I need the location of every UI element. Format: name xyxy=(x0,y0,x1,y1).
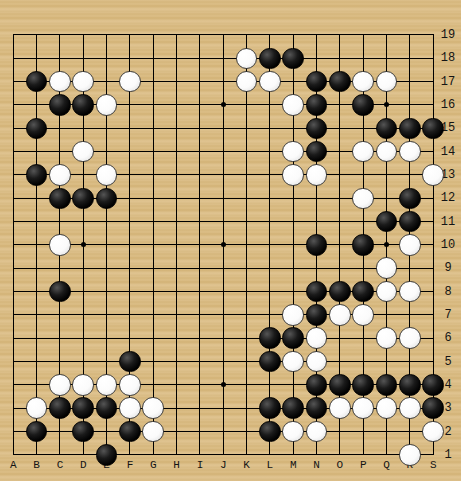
intersection-G19[interactable] xyxy=(142,23,165,46)
intersection-C11[interactable] xyxy=(48,210,71,233)
intersection-O12[interactable] xyxy=(328,187,351,210)
intersection-L18[interactable] xyxy=(258,47,281,70)
intersection-E5[interactable] xyxy=(95,350,118,373)
intersection-A6[interactable] xyxy=(2,327,25,350)
intersection-G5[interactable] xyxy=(142,350,165,373)
intersection-F6[interactable] xyxy=(118,327,141,350)
intersection-R2[interactable] xyxy=(398,420,421,443)
intersection-Q13[interactable] xyxy=(375,163,398,186)
intersection-C2[interactable] xyxy=(48,420,71,443)
intersection-A7[interactable] xyxy=(2,303,25,326)
intersection-G12[interactable] xyxy=(142,187,165,210)
intersection-D18[interactable] xyxy=(72,47,95,70)
intersection-C8[interactable] xyxy=(48,280,71,303)
intersection-Q18[interactable] xyxy=(375,47,398,70)
intersection-M7[interactable] xyxy=(282,303,305,326)
intersection-D4[interactable] xyxy=(72,373,95,396)
intersection-L17[interactable] xyxy=(258,70,281,93)
intersection-F15[interactable] xyxy=(118,117,141,140)
intersection-Q3[interactable] xyxy=(375,397,398,420)
intersection-O3[interactable] xyxy=(328,397,351,420)
intersection-P19[interactable] xyxy=(352,23,375,46)
intersection-O14[interactable] xyxy=(328,140,351,163)
intersection-D16[interactable] xyxy=(72,93,95,116)
intersection-E9[interactable] xyxy=(95,257,118,280)
intersection-O13[interactable] xyxy=(328,163,351,186)
intersection-R14[interactable] xyxy=(398,140,421,163)
intersection-E3[interactable] xyxy=(95,397,118,420)
intersection-A8[interactable] xyxy=(2,280,25,303)
intersection-H9[interactable] xyxy=(165,257,188,280)
intersection-N13[interactable] xyxy=(305,163,328,186)
intersection-O17[interactable] xyxy=(328,70,351,93)
intersection-C9[interactable] xyxy=(48,257,71,280)
intersection-N14[interactable] xyxy=(305,140,328,163)
intersection-Q14[interactable] xyxy=(375,140,398,163)
intersection-G9[interactable] xyxy=(142,257,165,280)
intersection-K18[interactable] xyxy=(235,47,258,70)
intersection-F2[interactable] xyxy=(118,420,141,443)
intersection-I12[interactable] xyxy=(188,187,211,210)
intersection-G10[interactable] xyxy=(142,233,165,256)
intersection-E7[interactable] xyxy=(95,303,118,326)
intersection-F14[interactable] xyxy=(118,140,141,163)
intersection-R6[interactable] xyxy=(398,327,421,350)
intersection-R11[interactable] xyxy=(398,210,421,233)
intersection-K3[interactable] xyxy=(235,397,258,420)
intersection-I19[interactable] xyxy=(188,23,211,46)
intersection-M4[interactable] xyxy=(282,373,305,396)
intersection-N7[interactable] xyxy=(305,303,328,326)
intersection-A10[interactable] xyxy=(2,233,25,256)
intersection-J14[interactable] xyxy=(212,140,235,163)
intersection-C18[interactable] xyxy=(48,47,71,70)
intersection-D2[interactable] xyxy=(72,420,95,443)
intersection-Q17[interactable] xyxy=(375,70,398,93)
intersection-E17[interactable] xyxy=(95,70,118,93)
intersection-Q4[interactable] xyxy=(375,373,398,396)
intersection-D9[interactable] xyxy=(72,257,95,280)
intersection-K17[interactable] xyxy=(235,70,258,93)
intersection-N18[interactable] xyxy=(305,47,328,70)
intersection-O10[interactable] xyxy=(328,233,351,256)
intersection-L9[interactable] xyxy=(258,257,281,280)
intersection-R4[interactable] xyxy=(398,373,421,396)
intersection-B13[interactable] xyxy=(25,163,48,186)
intersection-P4[interactable] xyxy=(352,373,375,396)
intersection-F13[interactable] xyxy=(118,163,141,186)
intersection-F11[interactable] xyxy=(118,210,141,233)
intersection-F18[interactable] xyxy=(118,47,141,70)
intersection-N5[interactable] xyxy=(305,350,328,373)
intersection-A19[interactable] xyxy=(2,23,25,46)
intersection-M12[interactable] xyxy=(282,187,305,210)
intersection-I7[interactable] xyxy=(188,303,211,326)
intersection-H6[interactable] xyxy=(165,327,188,350)
intersection-H15[interactable] xyxy=(165,117,188,140)
intersection-D19[interactable] xyxy=(72,23,95,46)
intersection-P2[interactable] xyxy=(352,420,375,443)
intersection-A13[interactable] xyxy=(2,163,25,186)
intersection-J2[interactable] xyxy=(212,420,235,443)
intersection-E6[interactable] xyxy=(95,327,118,350)
intersection-O4[interactable] xyxy=(328,373,351,396)
intersection-Q19[interactable] xyxy=(375,23,398,46)
intersection-G13[interactable] xyxy=(142,163,165,186)
intersection-D6[interactable] xyxy=(72,327,95,350)
intersection-J16[interactable] xyxy=(212,93,235,116)
intersection-M6[interactable] xyxy=(282,327,305,350)
intersection-R18[interactable] xyxy=(398,47,421,70)
intersection-M10[interactable] xyxy=(282,233,305,256)
intersection-C19[interactable] xyxy=(48,23,71,46)
intersection-S2[interactable] xyxy=(422,420,445,443)
intersection-B12[interactable] xyxy=(25,187,48,210)
intersection-S4[interactable] xyxy=(422,373,445,396)
intersection-C14[interactable] xyxy=(48,140,71,163)
intersection-K2[interactable] xyxy=(235,420,258,443)
intersection-N2[interactable] xyxy=(305,420,328,443)
intersection-L19[interactable] xyxy=(258,23,281,46)
intersection-Q10[interactable] xyxy=(375,233,398,256)
intersection-H5[interactable] xyxy=(165,350,188,373)
intersection-F12[interactable] xyxy=(118,187,141,210)
intersection-Q11[interactable] xyxy=(375,210,398,233)
intersection-F10[interactable] xyxy=(118,233,141,256)
intersection-J19[interactable] xyxy=(212,23,235,46)
intersection-N16[interactable] xyxy=(305,93,328,116)
intersection-G6[interactable] xyxy=(142,327,165,350)
intersection-H8[interactable] xyxy=(165,280,188,303)
intersection-K16[interactable] xyxy=(235,93,258,116)
intersection-I15[interactable] xyxy=(188,117,211,140)
intersection-P8[interactable] xyxy=(352,280,375,303)
intersection-K7[interactable] xyxy=(235,303,258,326)
intersection-E4[interactable] xyxy=(95,373,118,396)
intersection-F16[interactable] xyxy=(118,93,141,116)
intersection-F9[interactable] xyxy=(118,257,141,280)
intersection-R16[interactable] xyxy=(398,93,421,116)
intersection-C3[interactable] xyxy=(48,397,71,420)
intersection-F8[interactable] xyxy=(118,280,141,303)
intersection-R12[interactable] xyxy=(398,187,421,210)
intersection-G8[interactable] xyxy=(142,280,165,303)
intersection-L11[interactable] xyxy=(258,210,281,233)
intersection-B18[interactable] xyxy=(25,47,48,70)
intersection-A12[interactable] xyxy=(2,187,25,210)
intersection-H19[interactable] xyxy=(165,23,188,46)
intersection-N4[interactable] xyxy=(305,373,328,396)
intersection-N10[interactable] xyxy=(305,233,328,256)
intersection-D3[interactable] xyxy=(72,397,95,420)
intersection-J10[interactable] xyxy=(212,233,235,256)
intersection-G15[interactable] xyxy=(142,117,165,140)
intersection-M8[interactable] xyxy=(282,280,305,303)
intersection-P10[interactable] xyxy=(352,233,375,256)
intersection-N8[interactable] xyxy=(305,280,328,303)
intersection-A18[interactable] xyxy=(2,47,25,70)
intersection-Q7[interactable] xyxy=(375,303,398,326)
intersection-J9[interactable] xyxy=(212,257,235,280)
intersection-O5[interactable] xyxy=(328,350,351,373)
intersection-R15[interactable] xyxy=(398,117,421,140)
intersection-H4[interactable] xyxy=(165,373,188,396)
intersection-K8[interactable] xyxy=(235,280,258,303)
intersection-H16[interactable] xyxy=(165,93,188,116)
intersection-O7[interactable] xyxy=(328,303,351,326)
intersection-P16[interactable] xyxy=(352,93,375,116)
intersection-R3[interactable] xyxy=(398,397,421,420)
intersection-E18[interactable] xyxy=(95,47,118,70)
intersection-I16[interactable] xyxy=(188,93,211,116)
intersection-M17[interactable] xyxy=(282,70,305,93)
intersection-M14[interactable] xyxy=(282,140,305,163)
intersection-I17[interactable] xyxy=(188,70,211,93)
intersection-C17[interactable] xyxy=(48,70,71,93)
intersection-H14[interactable] xyxy=(165,140,188,163)
intersection-Q2[interactable] xyxy=(375,420,398,443)
intersection-G3[interactable] xyxy=(142,397,165,420)
intersection-J15[interactable] xyxy=(212,117,235,140)
intersection-F19[interactable] xyxy=(118,23,141,46)
intersection-G16[interactable] xyxy=(142,93,165,116)
intersection-Q5[interactable] xyxy=(375,350,398,373)
intersection-C10[interactable] xyxy=(48,233,71,256)
intersection-N19[interactable] xyxy=(305,23,328,46)
intersection-B3[interactable] xyxy=(25,397,48,420)
intersection-H13[interactable] xyxy=(165,163,188,186)
intersection-N11[interactable] xyxy=(305,210,328,233)
intersection-J6[interactable] xyxy=(212,327,235,350)
intersection-R5[interactable] xyxy=(398,350,421,373)
intersection-I4[interactable] xyxy=(188,373,211,396)
intersection-B10[interactable] xyxy=(25,233,48,256)
intersection-R7[interactable] xyxy=(398,303,421,326)
intersection-C12[interactable] xyxy=(48,187,71,210)
intersection-K13[interactable] xyxy=(235,163,258,186)
intersection-B4[interactable] xyxy=(25,373,48,396)
intersection-L8[interactable] xyxy=(258,280,281,303)
intersection-Q8[interactable] xyxy=(375,280,398,303)
intersection-H18[interactable] xyxy=(165,47,188,70)
intersection-P14[interactable] xyxy=(352,140,375,163)
intersection-M16[interactable] xyxy=(282,93,305,116)
intersection-A16[interactable] xyxy=(2,93,25,116)
intersection-B8[interactable] xyxy=(25,280,48,303)
intersection-B7[interactable] xyxy=(25,303,48,326)
intersection-B15[interactable] xyxy=(25,117,48,140)
intersection-D11[interactable] xyxy=(72,210,95,233)
intersection-A15[interactable] xyxy=(2,117,25,140)
intersection-L15[interactable] xyxy=(258,117,281,140)
intersection-Q12[interactable] xyxy=(375,187,398,210)
intersection-I18[interactable] xyxy=(188,47,211,70)
intersection-G18[interactable] xyxy=(142,47,165,70)
intersection-J13[interactable] xyxy=(212,163,235,186)
intersection-L10[interactable] xyxy=(258,233,281,256)
intersection-I6[interactable] xyxy=(188,327,211,350)
intersection-D8[interactable] xyxy=(72,280,95,303)
intersection-C16[interactable] xyxy=(48,93,71,116)
intersection-A5[interactable] xyxy=(2,350,25,373)
go-board[interactable] xyxy=(2,23,445,466)
intersection-N3[interactable] xyxy=(305,397,328,420)
intersection-I5[interactable] xyxy=(188,350,211,373)
intersection-H11[interactable] xyxy=(165,210,188,233)
intersection-G17[interactable] xyxy=(142,70,165,93)
intersection-M9[interactable] xyxy=(282,257,305,280)
intersection-H3[interactable] xyxy=(165,397,188,420)
intersection-B19[interactable] xyxy=(25,23,48,46)
intersection-C6[interactable] xyxy=(48,327,71,350)
intersection-R10[interactable] xyxy=(398,233,421,256)
intersection-L14[interactable] xyxy=(258,140,281,163)
intersection-I14[interactable] xyxy=(188,140,211,163)
intersection-E19[interactable] xyxy=(95,23,118,46)
intersection-B6[interactable] xyxy=(25,327,48,350)
intersection-C15[interactable] xyxy=(48,117,71,140)
intersection-I2[interactable] xyxy=(188,420,211,443)
intersection-O11[interactable] xyxy=(328,210,351,233)
intersection-O16[interactable] xyxy=(328,93,351,116)
intersection-A14[interactable] xyxy=(2,140,25,163)
intersection-E8[interactable] xyxy=(95,280,118,303)
intersection-E2[interactable] xyxy=(95,420,118,443)
intersection-E12[interactable] xyxy=(95,187,118,210)
intersection-F7[interactable] xyxy=(118,303,141,326)
intersection-M19[interactable] xyxy=(282,23,305,46)
intersection-F5[interactable] xyxy=(118,350,141,373)
intersection-C13[interactable] xyxy=(48,163,71,186)
intersection-O6[interactable] xyxy=(328,327,351,350)
intersection-B9[interactable] xyxy=(25,257,48,280)
intersection-O19[interactable] xyxy=(328,23,351,46)
intersection-P13[interactable] xyxy=(352,163,375,186)
intersection-M15[interactable] xyxy=(282,117,305,140)
intersection-D12[interactable] xyxy=(72,187,95,210)
intersection-M18[interactable] xyxy=(282,47,305,70)
intersection-D13[interactable] xyxy=(72,163,95,186)
intersection-H17[interactable] xyxy=(165,70,188,93)
intersection-L4[interactable] xyxy=(258,373,281,396)
intersection-L5[interactable] xyxy=(258,350,281,373)
intersection-L6[interactable] xyxy=(258,327,281,350)
intersection-M5[interactable] xyxy=(282,350,305,373)
intersection-E14[interactable] xyxy=(95,140,118,163)
intersection-R17[interactable] xyxy=(398,70,421,93)
intersection-N15[interactable] xyxy=(305,117,328,140)
intersection-O8[interactable] xyxy=(328,280,351,303)
intersection-L3[interactable] xyxy=(258,397,281,420)
intersection-R13[interactable] xyxy=(398,163,421,186)
intersection-I8[interactable] xyxy=(188,280,211,303)
intersection-P5[interactable] xyxy=(352,350,375,373)
intersection-G4[interactable] xyxy=(142,373,165,396)
intersection-J11[interactable] xyxy=(212,210,235,233)
intersection-M3[interactable] xyxy=(282,397,305,420)
intersection-L13[interactable] xyxy=(258,163,281,186)
intersection-P11[interactable] xyxy=(352,210,375,233)
intersection-O18[interactable] xyxy=(328,47,351,70)
intersection-B17[interactable] xyxy=(25,70,48,93)
intersection-O2[interactable] xyxy=(328,420,351,443)
intersection-A9[interactable] xyxy=(2,257,25,280)
intersection-A11[interactable] xyxy=(2,210,25,233)
intersection-N17[interactable] xyxy=(305,70,328,93)
intersection-G7[interactable] xyxy=(142,303,165,326)
intersection-E11[interactable] xyxy=(95,210,118,233)
intersection-K12[interactable] xyxy=(235,187,258,210)
intersection-P9[interactable] xyxy=(352,257,375,280)
intersection-O15[interactable] xyxy=(328,117,351,140)
intersection-N12[interactable] xyxy=(305,187,328,210)
intersection-N9[interactable] xyxy=(305,257,328,280)
intersection-P18[interactable] xyxy=(352,47,375,70)
intersection-B16[interactable] xyxy=(25,93,48,116)
intersection-P6[interactable] xyxy=(352,327,375,350)
intersection-L7[interactable] xyxy=(258,303,281,326)
intersection-D17[interactable] xyxy=(72,70,95,93)
intersection-O9[interactable] xyxy=(328,257,351,280)
intersection-K4[interactable] xyxy=(235,373,258,396)
intersection-R8[interactable] xyxy=(398,280,421,303)
intersection-J7[interactable] xyxy=(212,303,235,326)
intersection-B2[interactable] xyxy=(25,420,48,443)
intersection-K9[interactable] xyxy=(235,257,258,280)
intersection-K11[interactable] xyxy=(235,210,258,233)
intersection-S3[interactable] xyxy=(422,397,445,420)
intersection-P15[interactable] xyxy=(352,117,375,140)
intersection-L12[interactable] xyxy=(258,187,281,210)
intersection-D5[interactable] xyxy=(72,350,95,373)
intersection-R9[interactable] xyxy=(398,257,421,280)
intersection-I9[interactable] xyxy=(188,257,211,280)
intersection-D14[interactable] xyxy=(72,140,95,163)
intersection-R19[interactable] xyxy=(398,23,421,46)
intersection-M11[interactable] xyxy=(282,210,305,233)
intersection-E13[interactable] xyxy=(95,163,118,186)
intersection-S13[interactable] xyxy=(422,163,445,186)
intersection-P17[interactable] xyxy=(352,70,375,93)
intersection-A4[interactable] xyxy=(2,373,25,396)
intersection-K6[interactable] xyxy=(235,327,258,350)
intersection-F17[interactable] xyxy=(118,70,141,93)
intersection-K15[interactable] xyxy=(235,117,258,140)
intersection-C4[interactable] xyxy=(48,373,71,396)
intersection-K10[interactable] xyxy=(235,233,258,256)
intersection-I13[interactable] xyxy=(188,163,211,186)
intersection-C5[interactable] xyxy=(48,350,71,373)
intersection-M13[interactable] xyxy=(282,163,305,186)
intersection-I11[interactable] xyxy=(188,210,211,233)
intersection-J18[interactable] xyxy=(212,47,235,70)
intersection-D15[interactable] xyxy=(72,117,95,140)
intersection-D10[interactable] xyxy=(72,233,95,256)
intersection-H10[interactable] xyxy=(165,233,188,256)
intersection-F4[interactable] xyxy=(118,373,141,396)
intersection-G11[interactable] xyxy=(142,210,165,233)
intersection-C7[interactable] xyxy=(48,303,71,326)
intersection-Q15[interactable] xyxy=(375,117,398,140)
intersection-I3[interactable] xyxy=(188,397,211,420)
intersection-J5[interactable] xyxy=(212,350,235,373)
intersection-Q16[interactable] xyxy=(375,93,398,116)
intersection-K14[interactable] xyxy=(235,140,258,163)
intersection-P12[interactable] xyxy=(352,187,375,210)
intersection-P7[interactable] xyxy=(352,303,375,326)
intersection-A3[interactable] xyxy=(2,397,25,420)
intersection-J3[interactable] xyxy=(212,397,235,420)
